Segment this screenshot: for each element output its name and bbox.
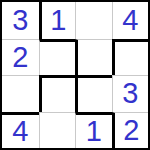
cell-r1c4[interactable]: 4 bbox=[112, 2, 149, 39]
cell-r2c1[interactable]: 2 bbox=[2, 39, 39, 76]
cell-r4c3[interactable]: 1 bbox=[75, 112, 112, 149]
cell-r3c3[interactable] bbox=[75, 75, 112, 112]
cell-r1c1[interactable]: 3 bbox=[2, 2, 39, 39]
cell-r2c2[interactable] bbox=[39, 39, 76, 76]
cell-r3c2[interactable] bbox=[39, 75, 76, 112]
cell-r2c4[interactable] bbox=[112, 39, 149, 76]
jigsaw-sudoku-board: 31423412 bbox=[0, 0, 150, 150]
cell-r4c1[interactable]: 4 bbox=[2, 112, 39, 149]
cell-r3c4[interactable]: 3 bbox=[112, 75, 149, 112]
cell-r3c1[interactable] bbox=[2, 75, 39, 112]
cell-r1c2[interactable]: 1 bbox=[39, 2, 76, 39]
cell-r1c3[interactable] bbox=[75, 2, 112, 39]
cell-r4c2[interactable] bbox=[39, 112, 76, 149]
cell-r4c4[interactable]: 2 bbox=[112, 112, 149, 149]
cell-r2c3[interactable] bbox=[75, 39, 112, 76]
